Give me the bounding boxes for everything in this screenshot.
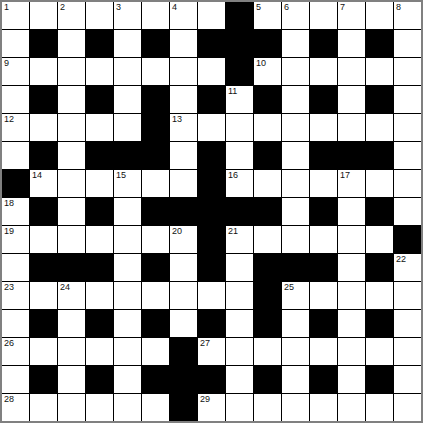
white-square[interactable] (310, 58, 337, 85)
white-square[interactable] (2, 310, 29, 337)
black-square (254, 86, 281, 113)
clue-number: 18 (4, 198, 14, 209)
black-square (170, 366, 197, 393)
white-square[interactable] (310, 170, 337, 197)
white-square[interactable] (114, 226, 141, 253)
black-square (198, 86, 225, 113)
white-square[interactable] (114, 310, 141, 337)
white-square[interactable]: 23 (2, 282, 29, 309)
black-square (86, 86, 113, 113)
black-square (310, 30, 337, 57)
black-square (30, 310, 57, 337)
clue-number: 25 (284, 282, 294, 293)
white-square[interactable] (338, 282, 365, 309)
white-square[interactable] (226, 254, 253, 281)
white-square[interactable]: 5 (254, 2, 281, 29)
clue-number: 24 (60, 282, 70, 293)
black-square (366, 86, 393, 113)
black-square (86, 30, 113, 57)
white-square[interactable] (114, 58, 141, 85)
white-square[interactable] (58, 198, 85, 225)
black-square (310, 86, 337, 113)
white-square[interactable] (30, 338, 57, 365)
black-square (30, 142, 57, 169)
black-square (310, 198, 337, 225)
black-square (310, 254, 337, 281)
white-square[interactable] (338, 254, 365, 281)
white-square[interactable] (310, 114, 337, 141)
white-square[interactable]: 9 (2, 58, 29, 85)
black-square (58, 254, 85, 281)
white-square[interactable] (58, 170, 85, 197)
white-square[interactable] (254, 394, 281, 421)
white-square[interactable] (310, 282, 337, 309)
black-square (226, 2, 253, 29)
white-square[interactable] (338, 86, 365, 113)
black-square (254, 310, 281, 337)
clue-number: 21 (228, 226, 238, 237)
white-square[interactable]: 10 (254, 58, 281, 85)
white-square[interactable] (394, 170, 421, 197)
white-square[interactable]: 17 (338, 170, 365, 197)
white-square[interactable] (86, 282, 113, 309)
white-square[interactable] (226, 338, 253, 365)
clue-number: 26 (4, 338, 14, 349)
crossword-grid: 1234567891011121314151617181920212223242… (2, 2, 421, 421)
white-square[interactable] (394, 142, 421, 169)
white-square[interactable] (2, 86, 29, 113)
clue-number: 16 (228, 170, 238, 181)
black-square (366, 142, 393, 169)
white-square[interactable] (394, 310, 421, 337)
black-square (366, 366, 393, 393)
clue-number: 11 (228, 86, 237, 97)
white-square[interactable] (114, 394, 141, 421)
white-square[interactable] (170, 310, 197, 337)
white-square[interactable] (58, 394, 85, 421)
black-square (170, 338, 197, 365)
white-square[interactable] (366, 282, 393, 309)
white-square[interactable]: 4 (170, 2, 197, 29)
black-square (170, 198, 197, 225)
black-square (198, 30, 225, 57)
white-square[interactable] (394, 30, 421, 57)
black-square (30, 30, 57, 57)
white-square[interactable] (366, 58, 393, 85)
black-square (198, 142, 225, 169)
white-square[interactable] (142, 394, 169, 421)
clue-number: 17 (340, 170, 350, 181)
black-square (282, 254, 309, 281)
black-square (142, 254, 169, 281)
white-square[interactable] (282, 58, 309, 85)
white-square[interactable] (310, 394, 337, 421)
white-square[interactable] (86, 226, 113, 253)
white-square[interactable] (198, 114, 225, 141)
white-square[interactable] (114, 254, 141, 281)
white-square[interactable] (114, 86, 141, 113)
white-square[interactable] (338, 338, 365, 365)
black-square (198, 366, 225, 393)
white-square[interactable]: 1 (2, 2, 29, 29)
white-square[interactable] (142, 2, 169, 29)
white-square[interactable]: 29 (198, 394, 225, 421)
white-square[interactable] (394, 394, 421, 421)
white-square[interactable] (282, 86, 309, 113)
white-square[interactable] (226, 114, 253, 141)
white-square[interactable] (366, 338, 393, 365)
clue-number: 10 (256, 58, 266, 69)
black-square (86, 142, 113, 169)
black-square (30, 198, 57, 225)
black-square (254, 142, 281, 169)
clue-number: 13 (172, 114, 182, 125)
white-square[interactable] (114, 30, 141, 57)
clue-number: 27 (200, 338, 210, 349)
clue-number: 28 (4, 394, 14, 405)
white-square[interactable] (282, 170, 309, 197)
black-square (86, 198, 113, 225)
white-square[interactable] (58, 58, 85, 85)
white-square[interactable] (254, 338, 281, 365)
white-square[interactable] (366, 114, 393, 141)
white-square[interactable] (198, 282, 225, 309)
white-square[interactable] (282, 198, 309, 225)
white-square[interactable] (394, 114, 421, 141)
black-square (198, 254, 225, 281)
white-square[interactable]: 11 (226, 86, 253, 113)
white-square[interactable]: 16 (226, 170, 253, 197)
white-square[interactable]: 13 (170, 114, 197, 141)
white-square[interactable] (394, 58, 421, 85)
black-square (226, 198, 253, 225)
white-square[interactable] (170, 86, 197, 113)
black-square (254, 254, 281, 281)
white-square[interactable] (282, 338, 309, 365)
white-square[interactable]: 12 (2, 114, 29, 141)
black-square (142, 30, 169, 57)
white-square[interactable] (394, 282, 421, 309)
white-square[interactable] (226, 394, 253, 421)
white-square[interactable] (30, 114, 57, 141)
white-square[interactable] (394, 86, 421, 113)
black-square (254, 30, 281, 57)
black-square (338, 142, 365, 169)
white-square[interactable] (30, 226, 57, 253)
white-square[interactable] (310, 226, 337, 253)
white-square[interactable] (226, 310, 253, 337)
black-square (30, 254, 57, 281)
white-square[interactable] (58, 114, 85, 141)
black-square (86, 366, 113, 393)
white-square[interactable] (282, 226, 309, 253)
black-square (142, 114, 169, 141)
white-square[interactable] (142, 170, 169, 197)
white-square[interactable]: 18 (2, 198, 29, 225)
white-square[interactable]: 19 (2, 226, 29, 253)
black-square (142, 198, 169, 225)
white-square[interactable] (142, 282, 169, 309)
white-square[interactable] (114, 282, 141, 309)
white-square[interactable] (170, 254, 197, 281)
black-square (366, 254, 393, 281)
white-square[interactable] (142, 338, 169, 365)
black-square (142, 310, 169, 337)
white-square[interactable]: 7 (338, 2, 365, 29)
black-square (310, 142, 337, 169)
white-square[interactable] (58, 86, 85, 113)
white-square[interactable] (394, 338, 421, 365)
black-square (366, 198, 393, 225)
white-square[interactable] (338, 226, 365, 253)
black-square (86, 254, 113, 281)
white-square[interactable] (114, 198, 141, 225)
white-square[interactable]: 26 (2, 338, 29, 365)
white-square[interactable] (142, 226, 169, 253)
clue-number: 3 (116, 2, 121, 13)
white-square[interactable] (86, 338, 113, 365)
white-square[interactable]: 15 (114, 170, 141, 197)
clue-number: 5 (256, 2, 261, 13)
clue-number: 22 (396, 254, 406, 265)
black-square (310, 366, 337, 393)
black-square (226, 30, 253, 57)
white-square[interactable] (254, 170, 281, 197)
white-square[interactable] (2, 254, 29, 281)
white-square[interactable] (366, 394, 393, 421)
white-square[interactable] (338, 366, 365, 393)
white-square[interactable]: 27 (198, 338, 225, 365)
clue-number: 6 (284, 2, 289, 13)
white-square[interactable] (30, 58, 57, 85)
white-square[interactable] (338, 394, 365, 421)
white-square[interactable] (170, 170, 197, 197)
clue-number: 4 (172, 2, 177, 13)
white-square[interactable] (366, 2, 393, 29)
black-square (2, 170, 29, 197)
black-square (226, 58, 253, 85)
white-square[interactable]: 21 (226, 226, 253, 253)
white-square[interactable] (170, 30, 197, 57)
white-square[interactable] (282, 310, 309, 337)
white-square[interactable]: 14 (30, 170, 57, 197)
white-square[interactable] (338, 310, 365, 337)
black-square (366, 310, 393, 337)
black-square (198, 198, 225, 225)
white-square[interactable] (282, 366, 309, 393)
white-square[interactable] (86, 394, 113, 421)
white-square[interactable] (114, 366, 141, 393)
black-square (114, 142, 141, 169)
white-square[interactable] (58, 310, 85, 337)
white-square[interactable] (170, 58, 197, 85)
white-square[interactable] (310, 338, 337, 365)
clue-number: 8 (396, 2, 401, 13)
white-square[interactable] (282, 114, 309, 141)
white-square[interactable] (58, 30, 85, 57)
white-square[interactable] (226, 142, 253, 169)
clue-number: 14 (32, 170, 42, 181)
black-square (366, 30, 393, 57)
white-square[interactable] (198, 2, 225, 29)
white-square[interactable]: 22 (394, 254, 421, 281)
white-square[interactable] (254, 114, 281, 141)
white-square[interactable] (198, 58, 225, 85)
white-square[interactable] (2, 142, 29, 169)
black-square (254, 282, 281, 309)
clue-number: 7 (340, 2, 345, 13)
black-square (142, 86, 169, 113)
white-square[interactable]: 3 (114, 2, 141, 29)
white-square[interactable] (30, 2, 57, 29)
clue-number: 9 (4, 58, 9, 69)
white-square[interactable] (114, 338, 141, 365)
clue-number: 20 (172, 226, 182, 237)
clue-number: 23 (4, 282, 14, 293)
white-square[interactable] (142, 58, 169, 85)
white-square[interactable] (170, 282, 197, 309)
white-square[interactable] (338, 198, 365, 225)
white-square[interactable] (282, 142, 309, 169)
black-square (254, 198, 281, 225)
white-square[interactable]: 8 (394, 2, 421, 29)
white-square[interactable] (338, 114, 365, 141)
white-square[interactable] (338, 58, 365, 85)
white-square[interactable] (86, 2, 113, 29)
white-square[interactable]: 20 (170, 226, 197, 253)
white-square[interactable]: 28 (2, 394, 29, 421)
black-square (198, 226, 225, 253)
black-square (310, 310, 337, 337)
white-square[interactable] (394, 198, 421, 225)
white-square[interactable] (338, 30, 365, 57)
white-square[interactable]: 24 (58, 282, 85, 309)
white-square[interactable] (310, 2, 337, 29)
white-square[interactable] (170, 142, 197, 169)
black-square (170, 394, 197, 421)
clue-number: 15 (116, 170, 126, 181)
white-square[interactable] (2, 366, 29, 393)
white-square[interactable] (58, 338, 85, 365)
clue-number: 12 (4, 114, 14, 125)
white-square[interactable] (58, 366, 85, 393)
black-square (142, 142, 169, 169)
white-square[interactable] (254, 226, 281, 253)
black-square (86, 310, 113, 337)
black-square (142, 366, 169, 393)
black-square (394, 226, 421, 253)
white-square[interactable] (282, 394, 309, 421)
white-square[interactable]: 25 (282, 282, 309, 309)
clue-number: 1 (4, 2, 9, 13)
white-square[interactable] (30, 394, 57, 421)
white-square[interactable] (58, 226, 85, 253)
clue-number: 2 (60, 2, 65, 13)
white-square[interactable]: 2 (58, 2, 85, 29)
white-square[interactable] (226, 366, 253, 393)
white-square[interactable] (366, 170, 393, 197)
white-square[interactable] (86, 170, 113, 197)
black-square (254, 366, 281, 393)
black-square (198, 170, 225, 197)
clue-number: 29 (200, 394, 210, 405)
white-square[interactable] (58, 142, 85, 169)
white-square[interactable] (30, 282, 57, 309)
black-square (30, 86, 57, 113)
white-square[interactable] (366, 226, 393, 253)
black-square (198, 310, 225, 337)
white-square[interactable] (86, 58, 113, 85)
white-square[interactable] (226, 282, 253, 309)
black-square (30, 366, 57, 393)
clue-number: 19 (4, 226, 14, 237)
white-square[interactable] (114, 114, 141, 141)
white-square[interactable] (282, 30, 309, 57)
white-square[interactable] (394, 366, 421, 393)
white-square[interactable] (2, 30, 29, 57)
white-square[interactable]: 6 (282, 2, 309, 29)
white-square[interactable] (86, 114, 113, 141)
crossword-board: 1234567891011121314151617181920212223242… (0, 0, 423, 423)
